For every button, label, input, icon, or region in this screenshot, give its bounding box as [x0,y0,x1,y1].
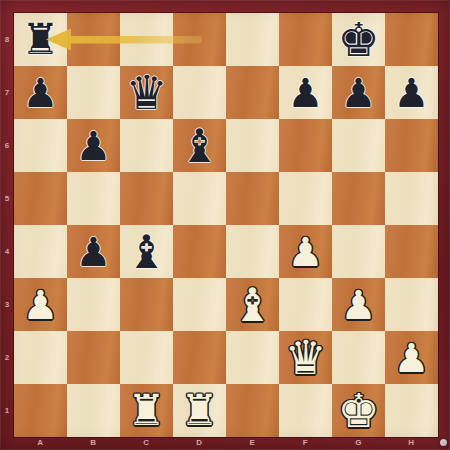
square-h7[interactable]: ♟ [385,66,438,119]
square-a3[interactable]: ♟ [14,278,67,331]
black-pawn[interactable]: ♟ [288,73,324,113]
square-g6[interactable] [332,119,385,172]
square-d5[interactable] [173,172,226,225]
black-pawn[interactable]: ♟ [394,73,430,113]
square-g2[interactable] [332,331,385,384]
square-d8[interactable] [173,13,226,66]
square-a6[interactable] [14,119,67,172]
square-b2[interactable] [67,331,120,384]
square-b1[interactable] [67,384,120,437]
square-f7[interactable]: ♟ [279,66,332,119]
black-queen[interactable]: ♛ [125,69,167,116]
black-king[interactable]: ♚ [337,16,379,63]
square-f3[interactable] [279,278,332,331]
square-b4[interactable]: ♟ [67,225,120,278]
square-g3[interactable]: ♟ [332,278,385,331]
square-b7[interactable] [67,66,120,119]
square-c6[interactable] [120,119,173,172]
square-b8[interactable] [67,13,120,66]
square-h3[interactable] [385,278,438,331]
square-e5[interactable] [226,172,279,225]
square-f6[interactable] [279,119,332,172]
white-queen[interactable]: ♛ [284,334,326,381]
chess-board: ♜♚♟♛♟♟♟♟♝♟♝♟♟♝♟♛♟♜♜♚ [14,13,438,437]
square-g7[interactable]: ♟ [332,66,385,119]
watermark-dot [440,439,447,446]
square-g1[interactable]: ♚ [332,384,385,437]
rank-label-6: 6 [0,119,14,172]
black-rook[interactable]: ♜ [21,18,60,61]
file-label-e: E [226,437,279,450]
file-label-b: B [67,437,120,450]
white-pawn[interactable]: ♟ [394,338,430,378]
square-c3[interactable] [120,278,173,331]
file-label-a: A [14,437,67,450]
square-g8[interactable]: ♚ [332,13,385,66]
square-a2[interactable] [14,331,67,384]
rank-label-2: 2 [0,331,14,384]
square-d7[interactable] [173,66,226,119]
rank-label-3: 3 [0,278,14,331]
square-a5[interactable] [14,172,67,225]
square-h2[interactable]: ♟ [385,331,438,384]
square-f1[interactable] [279,384,332,437]
white-rook[interactable]: ♜ [180,389,219,432]
square-d1[interactable]: ♜ [173,384,226,437]
square-e2[interactable] [226,331,279,384]
black-bishop[interactable]: ♝ [179,123,220,169]
white-rook[interactable]: ♜ [127,389,166,432]
square-f5[interactable] [279,172,332,225]
square-c2[interactable] [120,331,173,384]
file-label-d: D [173,437,226,450]
square-e6[interactable] [226,119,279,172]
square-e1[interactable] [226,384,279,437]
white-pawn[interactable]: ♟ [288,232,324,272]
square-g4[interactable] [332,225,385,278]
square-d4[interactable] [173,225,226,278]
black-pawn[interactable]: ♟ [23,73,59,113]
square-c8[interactable] [120,13,173,66]
square-e4[interactable] [226,225,279,278]
square-d3[interactable] [173,278,226,331]
square-c7[interactable]: ♛ [120,66,173,119]
square-a4[interactable] [14,225,67,278]
square-h6[interactable] [385,119,438,172]
rank-label-1: 1 [0,384,14,437]
square-h1[interactable] [385,384,438,437]
square-h4[interactable] [385,225,438,278]
rank-label-4: 4 [0,225,14,278]
black-bishop[interactable]: ♝ [126,229,167,275]
white-pawn[interactable]: ♟ [23,285,59,325]
file-label-g: G [332,437,385,450]
rank-label-5: 5 [0,172,14,225]
rank-label-8: 8 [0,13,14,66]
file-label-h: H [385,437,438,450]
board-frame: ♜♚♟♛♟♟♟♟♝♟♝♟♟♝♟♛♟♜♜♚ 87654321ABCDEFGH [0,0,450,450]
white-bishop[interactable]: ♝ [232,282,273,328]
white-pawn[interactable]: ♟ [341,285,377,325]
square-h5[interactable] [385,172,438,225]
rank-label-7: 7 [0,66,14,119]
square-a8[interactable]: ♜ [14,13,67,66]
square-g5[interactable] [332,172,385,225]
file-label-f: F [279,437,332,450]
file-label-c: C [120,437,173,450]
square-f8[interactable] [279,13,332,66]
square-b3[interactable] [67,278,120,331]
square-e3[interactable]: ♝ [226,278,279,331]
square-e8[interactable] [226,13,279,66]
white-king[interactable]: ♚ [337,387,379,434]
square-f2[interactable]: ♛ [279,331,332,384]
square-b5[interactable] [67,172,120,225]
square-a1[interactable] [14,384,67,437]
square-d2[interactable] [173,331,226,384]
black-pawn[interactable]: ♟ [341,73,377,113]
square-b6[interactable]: ♟ [67,119,120,172]
square-d6[interactable]: ♝ [173,119,226,172]
square-c1[interactable]: ♜ [120,384,173,437]
square-e7[interactable] [226,66,279,119]
black-pawn[interactable]: ♟ [76,232,112,272]
square-h8[interactable] [385,13,438,66]
black-pawn[interactable]: ♟ [76,126,112,166]
square-a7[interactable]: ♟ [14,66,67,119]
square-f4[interactable]: ♟ [279,225,332,278]
square-c4[interactable]: ♝ [120,225,173,278]
square-c5[interactable] [120,172,173,225]
